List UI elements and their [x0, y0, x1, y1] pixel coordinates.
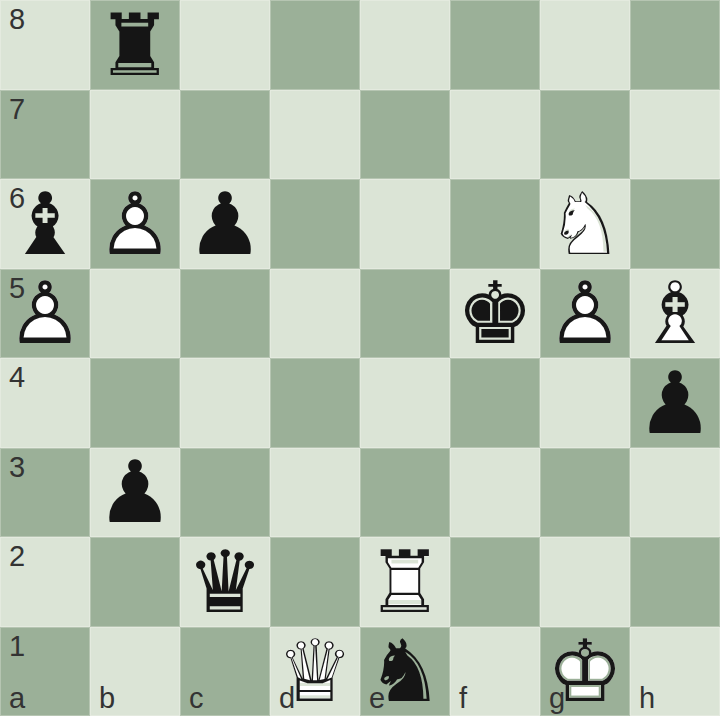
square-a3[interactable]: 3: [0, 448, 90, 538]
piece-glyph-outline: ♙: [90, 179, 180, 269]
square-b2[interactable]: [90, 537, 180, 627]
square-b3[interactable]: ♟: [90, 448, 180, 538]
square-c4[interactable]: [180, 358, 270, 448]
square-e5[interactable]: [360, 269, 450, 359]
file-label-f: f: [459, 684, 467, 713]
square-a8[interactable]: 8: [0, 0, 90, 90]
square-h2[interactable]: [630, 537, 720, 627]
file-label-h: h: [639, 684, 655, 713]
square-c1[interactable]: c: [180, 627, 270, 716]
piece-glyph-outline: ♔: [540, 627, 630, 716]
square-b6[interactable]: ♟♙: [90, 179, 180, 269]
square-d1[interactable]: d♛♕: [270, 627, 360, 716]
piece-glyph-fill: ♚: [540, 627, 630, 716]
rank-label-7: 7: [9, 95, 25, 124]
square-e1[interactable]: e♞: [360, 627, 450, 716]
white-pawn-piece: ♟♙: [90, 179, 180, 269]
piece-glyph-fill: ♜: [360, 537, 450, 627]
square-g8[interactable]: [540, 0, 630, 90]
rank-label-2: 2: [9, 542, 25, 571]
square-f2[interactable]: [450, 537, 540, 627]
white-knight-piece: ♞♘: [540, 179, 630, 269]
square-d2[interactable]: [270, 537, 360, 627]
square-a4[interactable]: 4: [0, 358, 90, 448]
square-d7[interactable]: [270, 90, 360, 180]
square-e4[interactable]: [360, 358, 450, 448]
piece-glyph-fill: ♟: [0, 269, 90, 359]
piece-glyph: ♛: [180, 537, 270, 627]
black-knight-piece: ♞: [360, 627, 450, 716]
square-b1[interactable]: b: [90, 627, 180, 716]
white-king-piece: ♚♔: [540, 627, 630, 716]
piece-glyph-fill: ♛: [270, 627, 360, 716]
rank-label-3: 3: [9, 453, 25, 482]
white-bishop-piece: ♝♗: [630, 269, 720, 359]
square-g6[interactable]: ♞♘: [540, 179, 630, 269]
square-c8[interactable]: [180, 0, 270, 90]
square-b4[interactable]: [90, 358, 180, 448]
piece-glyph: ♟: [180, 179, 270, 269]
square-e7[interactable]: [360, 90, 450, 180]
square-f1[interactable]: f: [450, 627, 540, 716]
square-a2[interactable]: 2: [0, 537, 90, 627]
square-d6[interactable]: [270, 179, 360, 269]
square-f6[interactable]: [450, 179, 540, 269]
black-bishop-piece: ♝: [0, 179, 90, 269]
piece-glyph-outline: ♙: [0, 269, 90, 359]
square-e3[interactable]: [360, 448, 450, 538]
square-f7[interactable]: [450, 90, 540, 180]
square-g4[interactable]: [540, 358, 630, 448]
square-d5[interactable]: [270, 269, 360, 359]
white-pawn-piece: ♟♙: [540, 269, 630, 359]
chess-board: 8♜76♝♟♙♟♞♘5♟♙♚♟♙♝♗4♟3♟2♛♜♖1abcd♛♕e♞fg♚♔h: [0, 0, 720, 716]
rank-label-4: 4: [9, 363, 25, 392]
piece-glyph-outline: ♖: [360, 537, 450, 627]
square-c7[interactable]: [180, 90, 270, 180]
square-f4[interactable]: [450, 358, 540, 448]
square-h6[interactable]: [630, 179, 720, 269]
file-label-b: b: [99, 684, 115, 713]
square-h4[interactable]: ♟: [630, 358, 720, 448]
square-c5[interactable]: [180, 269, 270, 359]
square-g7[interactable]: [540, 90, 630, 180]
square-b7[interactable]: [90, 90, 180, 180]
square-f3[interactable]: [450, 448, 540, 538]
square-a6[interactable]: 6♝: [0, 179, 90, 269]
square-d4[interactable]: [270, 358, 360, 448]
square-h3[interactable]: [630, 448, 720, 538]
white-rook-piece: ♜♖: [360, 537, 450, 627]
piece-glyph-fill: ♟: [540, 269, 630, 359]
square-g2[interactable]: [540, 537, 630, 627]
white-pawn-piece: ♟♙: [0, 269, 90, 359]
square-g5[interactable]: ♟♙: [540, 269, 630, 359]
rank-label-8: 8: [9, 5, 25, 34]
piece-glyph: ♚: [450, 269, 540, 359]
white-queen-piece: ♛♕: [270, 627, 360, 716]
square-e8[interactable]: [360, 0, 450, 90]
square-g3[interactable]: [540, 448, 630, 538]
file-label-c: c: [189, 684, 204, 713]
square-a5[interactable]: 5♟♙: [0, 269, 90, 359]
piece-glyph-outline: ♕: [270, 627, 360, 716]
square-f5[interactable]: ♚: [450, 269, 540, 359]
piece-glyph-outline: ♙: [540, 269, 630, 359]
black-pawn-piece: ♟: [180, 179, 270, 269]
file-label-a: a: [9, 684, 25, 713]
piece-glyph-outline: ♗: [630, 269, 720, 359]
square-c2[interactable]: ♛: [180, 537, 270, 627]
piece-glyph-fill: ♝: [630, 269, 720, 359]
square-d8[interactable]: [270, 0, 360, 90]
square-e2[interactable]: ♜♖: [360, 537, 450, 627]
piece-glyph-fill: ♟: [90, 179, 180, 269]
black-queen-piece: ♛: [180, 537, 270, 627]
piece-glyph: ♟: [90, 448, 180, 538]
square-c6[interactable]: ♟: [180, 179, 270, 269]
piece-glyph: ♜: [90, 0, 180, 90]
square-h8[interactable]: [630, 0, 720, 90]
square-h1[interactable]: h: [630, 627, 720, 716]
square-g1[interactable]: g♚♔: [540, 627, 630, 716]
square-a1[interactable]: 1a: [0, 627, 90, 716]
square-a7[interactable]: 7: [0, 90, 90, 180]
rank-label-1: 1: [9, 632, 25, 661]
piece-glyph-outline: ♘: [540, 179, 630, 269]
black-pawn-piece: ♟: [90, 448, 180, 538]
square-d3[interactable]: [270, 448, 360, 538]
black-king-piece: ♚: [450, 269, 540, 359]
square-c3[interactable]: [180, 448, 270, 538]
square-b5[interactable]: [90, 269, 180, 359]
piece-glyph-fill: ♞: [540, 179, 630, 269]
piece-glyph: ♞: [360, 627, 450, 716]
black-pawn-piece: ♟: [630, 358, 720, 448]
square-h5[interactable]: ♝♗: [630, 269, 720, 359]
square-h7[interactable]: [630, 90, 720, 180]
piece-glyph: ♟: [630, 358, 720, 448]
square-b8[interactable]: ♜: [90, 0, 180, 90]
square-f8[interactable]: [450, 0, 540, 90]
piece-glyph: ♝: [0, 179, 90, 269]
square-e6[interactable]: [360, 179, 450, 269]
black-rook-piece: ♜: [90, 0, 180, 90]
